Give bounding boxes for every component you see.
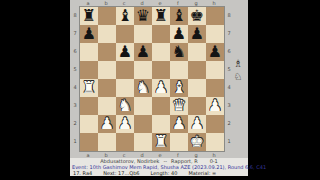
square-a7[interactable]: ♟ [80, 25, 98, 43]
rank-label-3: 3 [226, 96, 232, 114]
square-d8[interactable]: ♛ [134, 7, 152, 25]
square-e6[interactable] [152, 43, 170, 61]
next-move: Next: 17...Qb6 [103, 170, 139, 176]
rank-label-2: 2 [226, 114, 232, 132]
square-a3[interactable] [80, 97, 98, 115]
square-h2[interactable] [206, 115, 224, 133]
square-f2[interactable]: ♟ [170, 115, 188, 133]
square-f1[interactable] [170, 133, 188, 151]
square-h4[interactable] [206, 79, 224, 97]
square-a8[interactable]: ♜ [80, 7, 98, 25]
square-h5[interactable] [206, 61, 224, 79]
rank-labels-left: 87654321 [72, 6, 78, 152]
white-piece-p[interactable]: ♟ [172, 115, 186, 133]
square-c3[interactable]: ♞ [116, 97, 134, 115]
rank-label-2: 2 [72, 114, 78, 132]
square-c8[interactable]: ♝ [116, 7, 134, 25]
rank-label-7: 7 [72, 24, 78, 42]
black-piece-q[interactable]: ♛ [136, 7, 150, 25]
captured-piece-icon: ♗ [234, 58, 243, 69]
white-piece-p[interactable]: ♟ [100, 115, 114, 133]
square-d5[interactable] [134, 61, 152, 79]
square-g4[interactable] [188, 79, 206, 97]
square-f7[interactable]: ♟ [170, 25, 188, 43]
square-f6[interactable]: ♞ [170, 43, 188, 61]
black-piece-p[interactable]: ♟ [208, 43, 222, 61]
white-piece-p[interactable]: ♟ [154, 79, 168, 97]
square-a6[interactable] [80, 43, 98, 61]
rank-label-8: 8 [226, 6, 232, 24]
white-piece-p[interactable]: ♟ [190, 115, 204, 133]
square-c1[interactable] [116, 133, 134, 151]
square-h6[interactable]: ♟ [206, 43, 224, 61]
square-h7[interactable] [206, 25, 224, 43]
square-d4[interactable]: ♞ [134, 79, 152, 97]
white-piece-n[interactable]: ♞ [118, 97, 132, 115]
white-piece-p[interactable]: ♟ [118, 115, 132, 133]
square-b4[interactable] [98, 79, 116, 97]
square-d2[interactable] [134, 115, 152, 133]
black-piece-r[interactable]: ♜ [154, 7, 168, 25]
chess-board[interactable]: ♜♝♛♜♝♚♟♟♟♟♟♞♟♜♞♟♝♞♛♟♟♟♟♟♜♚ [79, 6, 225, 152]
game-caption: Abdusattorov, Nodirbek -- Rapport, R 0-1… [70, 158, 248, 176]
white-piece-k[interactable]: ♚ [190, 133, 204, 151]
rank-label-5: 5 [72, 60, 78, 78]
square-a1[interactable] [80, 133, 98, 151]
rank-label-4: 4 [72, 78, 78, 96]
square-b1[interactable] [98, 133, 116, 151]
square-g2[interactable]: ♟ [188, 115, 206, 133]
rank-label-1: 1 [72, 132, 78, 150]
rank-label-6: 6 [72, 42, 78, 60]
square-b7[interactable] [98, 25, 116, 43]
square-e1[interactable]: ♜ [152, 133, 170, 151]
white-piece-p[interactable]: ♟ [208, 97, 222, 115]
square-f4[interactable]: ♝ [170, 79, 188, 97]
rank-label-1: 1 [226, 132, 232, 150]
square-g6[interactable] [188, 43, 206, 61]
square-c4[interactable] [116, 79, 134, 97]
square-h3[interactable]: ♟ [206, 97, 224, 115]
square-c7[interactable] [116, 25, 134, 43]
black-piece-r[interactable]: ♜ [82, 7, 96, 25]
square-g7[interactable]: ♟ [188, 25, 206, 43]
chess-app-window: abcdefgh 87654321 ♜♝♛♜♝♚♟♟♟♟♟♞♟♜♞♟♝♞♛♟♟♟… [0, 0, 320, 180]
board-frame: abcdefgh 87654321 ♜♝♛♜♝♚♟♟♟♟♟♞♟♜♞♟♝♞♛♟♟♟… [70, 0, 248, 158]
white-piece-q[interactable]: ♛ [172, 97, 186, 115]
black-piece-p[interactable]: ♟ [136, 43, 150, 61]
square-g5[interactable] [188, 61, 206, 79]
captured-pieces-tray: ♗♘ [230, 58, 246, 82]
square-h8[interactable] [206, 7, 224, 25]
black-piece-b[interactable]: ♝ [172, 7, 186, 25]
last-move: 17. Ra4 [73, 170, 92, 176]
square-d7[interactable] [134, 25, 152, 43]
game-length: Length: 40 [151, 170, 178, 176]
rank-label-3: 3 [72, 96, 78, 114]
white-piece-b[interactable]: ♝ [172, 79, 186, 97]
square-b8[interactable] [98, 7, 116, 25]
square-f5[interactable] [170, 61, 188, 79]
square-b2[interactable]: ♟ [98, 115, 116, 133]
square-h1[interactable] [206, 133, 224, 151]
square-a2[interactable] [80, 115, 98, 133]
status-line: 17. Ra4 Next: 17...Qb6 Length: 40 Materi… [70, 170, 248, 176]
square-c5[interactable] [116, 61, 134, 79]
square-b5[interactable] [98, 61, 116, 79]
square-b3[interactable] [98, 97, 116, 115]
square-e2[interactable] [152, 115, 170, 133]
square-a4[interactable]: ♜ [80, 79, 98, 97]
square-d3[interactable] [134, 97, 152, 115]
white-piece-n[interactable]: ♞ [136, 79, 150, 97]
square-b6[interactable] [98, 43, 116, 61]
square-g3[interactable] [188, 97, 206, 115]
square-g1[interactable]: ♚ [188, 133, 206, 151]
square-d1[interactable] [134, 133, 152, 151]
square-e3[interactable] [152, 97, 170, 115]
black-piece-p[interactable]: ♟ [172, 25, 186, 43]
square-a5[interactable] [80, 61, 98, 79]
black-piece-n[interactable]: ♞ [172, 43, 186, 61]
square-c2[interactable]: ♟ [116, 115, 134, 133]
square-e5[interactable] [152, 61, 170, 79]
black-piece-p[interactable]: ♟ [118, 43, 132, 61]
rank-label-7: 7 [226, 24, 232, 42]
square-e8[interactable]: ♜ [152, 7, 170, 25]
square-c6[interactable]: ♟ [116, 43, 134, 61]
square-g8[interactable]: ♚ [188, 7, 206, 25]
black-piece-p[interactable]: ♟ [82, 25, 96, 43]
rank-label-8: 8 [72, 6, 78, 24]
white-piece-r[interactable]: ♜ [154, 133, 168, 151]
captured-piece-icon: ♘ [234, 71, 243, 82]
square-f3[interactable]: ♛ [170, 97, 188, 115]
material-balance: Material: = [188, 170, 216, 176]
black-piece-b[interactable]: ♝ [118, 7, 132, 25]
square-f8[interactable]: ♝ [170, 7, 188, 25]
black-piece-p[interactable]: ♟ [190, 25, 204, 43]
square-e7[interactable] [152, 25, 170, 43]
white-piece-r[interactable]: ♜ [82, 79, 96, 97]
square-e4[interactable]: ♟ [152, 79, 170, 97]
black-piece-k[interactable]: ♚ [190, 7, 204, 25]
square-d6[interactable]: ♟ [134, 43, 152, 61]
